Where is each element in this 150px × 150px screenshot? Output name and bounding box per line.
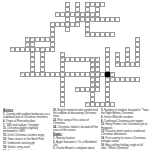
clue-across-11: 11Christmas ballet originally performed … — [3, 127, 51, 133]
cell-number: 5 — [56, 13, 57, 15]
clue-text: Elvis sang of this colour of Christmas — [53, 118, 89, 124]
cell-number: 12 — [31, 38, 33, 40]
cell-number: 19 — [61, 53, 63, 55]
clue-text: Santa's entry route — [8, 145, 31, 148]
cell-number: 30 — [106, 78, 108, 80]
grid-cell[interactable] — [135, 62, 140, 67]
grid-cell[interactable] — [135, 77, 140, 82]
clue-text: Christmas ballet originally performed in… — [3, 127, 38, 133]
cell-number: 15 — [11, 48, 13, 50]
cell-number: 31 — [91, 83, 93, 85]
clue-text: Traditional Christmas tree topper — [104, 119, 143, 122]
cell-number: 16 — [41, 48, 43, 50]
grid-cell[interactable] — [100, 2, 105, 7]
cell-number: 6 — [81, 13, 82, 15]
grid-cell[interactable] — [75, 22, 80, 27]
clue-text: Green Whoville resident — [104, 115, 133, 118]
cell-number: 2 — [76, 3, 77, 5]
clue-down-1: 1Nativity location — [53, 136, 101, 139]
clue-down-2: 2Angel featured in "It's a Wonderful Lif… — [53, 140, 101, 146]
clue-across-7: 7"Milk and cookies" recipient — [3, 123, 51, 126]
clue-down-3: 3Charlie Brown's complaint about Christm… — [53, 147, 101, 150]
cell-number: 13 — [136, 38, 138, 40]
clue-text: Quebec Christmas feast — [8, 149, 37, 150]
clue-text: Angel featured in "It's a Wonderful Life… — [53, 140, 97, 146]
clue-across-20: 20English monarch who established the tr… — [53, 108, 101, 117]
cell-number: 24 — [91, 63, 93, 65]
clue-text: First country to issue a Christmas posta… — [101, 137, 145, 143]
cell-number: 29 — [91, 78, 93, 80]
cell-number: 4 — [96, 3, 97, 5]
clue-down-16: 16Best-selling holiday single of all tim… — [101, 144, 149, 150]
clue-text: Drink Christmas carolers enjoy — [8, 134, 45, 137]
grid-cell[interactable] — [95, 87, 100, 92]
clue-text: English monarch who established the trad… — [53, 108, 98, 117]
cell-number: 17 — [106, 48, 108, 50]
cell-number: 10 — [86, 33, 88, 35]
cell-number: 26 — [91, 68, 93, 70]
clue-down-6: 6Green Whoville resident — [101, 115, 149, 118]
clue-down-12: 12Harry Potter's first Christmas gift at… — [101, 123, 149, 129]
down-header: Down: — [53, 132, 101, 135]
cell-number: 9 — [51, 23, 52, 25]
clue-text: Best-selling holiday single of all time,… — [101, 144, 143, 150]
grid-cell[interactable] — [115, 17, 120, 22]
cell-number: 22 — [91, 58, 93, 60]
clue-column-2: 20English monarch who established the tr… — [53, 108, 101, 150]
cell-number: 33 — [86, 103, 88, 105]
grid-cell[interactable] — [110, 32, 115, 37]
cell-number: 27 — [21, 73, 23, 75]
clue-text: Origin of Poinsettia plant — [6, 119, 35, 122]
cell-number: 25 — [116, 63, 118, 65]
cell-number: 3 — [86, 3, 87, 5]
cell-number: 1 — [66, 3, 67, 5]
cell-number: 14 — [26, 43, 28, 45]
cell-number: 28 — [111, 73, 113, 75]
clue-down-14: 14First country to issue a Christmas pos… — [101, 137, 149, 143]
clue-text: Number of reindeer featured in "Twas the… — [101, 108, 149, 114]
cell-number: 11 — [26, 38, 28, 40]
clue-across-15: 15Drink Christmas carolers enjoy — [3, 134, 51, 137]
grid-cell[interactable] — [60, 102, 65, 107]
cell-number: 7 — [91, 13, 92, 15]
clue-column-3: 5Number of reindeer featured in "Twas th… — [101, 108, 149, 150]
cell-number: 21 — [61, 58, 63, 60]
crossword-grid: 1234567891011121314151617181920212223242… — [10, 2, 140, 107]
clue-across-24: 24Christmas Island is located off the co… — [53, 125, 101, 131]
grid-cell[interactable] — [110, 102, 115, 107]
cell-number: 8 — [76, 18, 77, 20]
clue-text: "Milk and cookies" recipient — [6, 123, 39, 126]
clue-text: Undesired stocking gift — [8, 141, 35, 144]
clue-across-16: 16Town closest to the North Pole — [3, 137, 51, 140]
clue-across-19: 19Quebec Christmas feast — [3, 149, 51, 150]
clue-down-5: 5Number of reindeer featured in "Twas th… — [101, 108, 149, 114]
grid-cell[interactable] — [65, 27, 70, 32]
clue-across-17: 17Undesired stocking gift — [3, 141, 51, 144]
clue-down-8: 8Traditional Christmas tree topper — [101, 119, 149, 122]
clue-across-22: 22Elvis sang of this colour of Christmas — [53, 118, 101, 124]
cell-number: 20 — [116, 53, 118, 55]
clue-across-18: 18Santa's entry route — [3, 145, 51, 148]
clue-text: Charlie Brown's complaint about Christma… — [53, 147, 95, 150]
grid-cell[interactable] — [50, 47, 55, 52]
clue-text: Nativity location — [56, 136, 75, 139]
clue-across-4: 4Origin of Poinsettia plant — [3, 119, 51, 122]
clue-text: Parasitic plant used as traditional Chri… — [101, 130, 145, 136]
clue-across-1: 1Country with outdoor barbecues as a tra… — [3, 112, 51, 118]
clue-text: Town closest to the North Pole — [8, 137, 44, 140]
cell-number: 23 — [96, 58, 98, 60]
cell-number: 32 — [76, 88, 78, 90]
cell-number: 18 — [126, 48, 128, 50]
clue-text: Harry Potter's first Christmas gift at H… — [101, 123, 147, 129]
clue-text: Country with outdoor barbecues as a trad… — [3, 112, 50, 118]
clue-down-13: 13Parasitic plant used as traditional Ch… — [101, 130, 149, 136]
clue-column-1: Across 1Country with outdoor barbecues a… — [3, 108, 51, 150]
across-header: Across — [3, 108, 51, 111]
clue-text: Christmas Island is located off the coas… — [53, 125, 98, 131]
